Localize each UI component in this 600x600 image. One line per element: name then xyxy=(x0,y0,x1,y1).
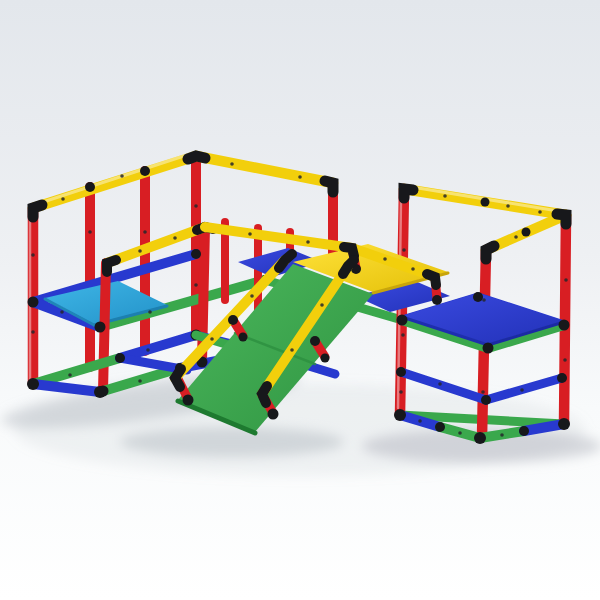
play-structure-illustration xyxy=(0,0,600,600)
product-photo-stage xyxy=(0,0,600,600)
